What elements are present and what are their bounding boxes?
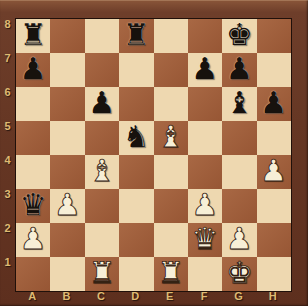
piece-black-bishop-g6[interactable]: ♝ <box>226 88 253 118</box>
square-d5[interactable]: ♞ <box>119 121 153 155</box>
piece-white-rook-e1[interactable]: ♜ <box>157 258 184 288</box>
piece-white-rook-c1[interactable]: ♜ <box>88 258 115 288</box>
square-g4[interactable] <box>222 155 256 189</box>
square-f1[interactable] <box>188 257 222 291</box>
square-e5[interactable]: ♝ <box>154 121 188 155</box>
square-d2[interactable] <box>119 223 153 257</box>
square-h7[interactable] <box>257 53 291 87</box>
square-a5[interactable] <box>16 121 50 155</box>
square-g1[interactable]: ♚ <box>222 257 256 291</box>
file-label-b: B <box>49 290 83 306</box>
square-f8[interactable] <box>188 19 222 53</box>
chess-board: ♜♜♚♟♟♟♟♝♟♞♝♝♟♛♟♟♟♛♟♜♜♚ <box>15 18 292 292</box>
file-label-h: H <box>256 290 290 306</box>
square-d1[interactable] <box>119 257 153 291</box>
square-e8[interactable] <box>154 19 188 53</box>
square-c1[interactable]: ♜ <box>85 257 119 291</box>
rank-label-5: 5 <box>0 120 15 154</box>
piece-white-king-g1[interactable]: ♚ <box>226 258 253 288</box>
piece-black-pawn-g7[interactable]: ♟ <box>226 54 253 84</box>
square-h2[interactable] <box>257 223 291 257</box>
square-h1[interactable] <box>257 257 291 291</box>
square-a7[interactable]: ♟ <box>16 53 50 87</box>
file-label-a: A <box>15 290 49 306</box>
square-f4[interactable] <box>188 155 222 189</box>
square-e2[interactable] <box>154 223 188 257</box>
piece-white-pawn-b3[interactable]: ♟ <box>54 190 81 220</box>
square-b1[interactable] <box>50 257 84 291</box>
rank-label-4: 4 <box>0 154 15 188</box>
square-e6[interactable] <box>154 87 188 121</box>
square-b2[interactable] <box>50 223 84 257</box>
piece-black-pawn-h6[interactable]: ♟ <box>260 88 287 118</box>
piece-white-queen-f2[interactable]: ♛ <box>192 224 219 254</box>
square-c4[interactable]: ♝ <box>85 155 119 189</box>
square-c3[interactable] <box>85 189 119 223</box>
square-g2[interactable]: ♟ <box>222 223 256 257</box>
piece-white-bishop-e5[interactable]: ♝ <box>157 122 184 152</box>
piece-black-rook-a8[interactable]: ♜ <box>20 20 47 50</box>
square-e3[interactable] <box>154 189 188 223</box>
square-g7[interactable]: ♟ <box>222 53 256 87</box>
square-g5[interactable] <box>222 121 256 155</box>
square-e1[interactable]: ♜ <box>154 257 188 291</box>
piece-black-pawn-c6[interactable]: ♟ <box>88 88 115 118</box>
square-d3[interactable] <box>119 189 153 223</box>
piece-black-knight-d5[interactable]: ♞ <box>123 122 150 152</box>
square-b8[interactable] <box>50 19 84 53</box>
square-h8[interactable] <box>257 19 291 53</box>
square-a8[interactable]: ♜ <box>16 19 50 53</box>
square-b3[interactable]: ♟ <box>50 189 84 223</box>
piece-white-pawn-f3[interactable]: ♟ <box>192 190 219 220</box>
square-c7[interactable] <box>85 53 119 87</box>
square-d4[interactable] <box>119 155 153 189</box>
square-a2[interactable]: ♟ <box>16 223 50 257</box>
square-a6[interactable] <box>16 87 50 121</box>
square-a1[interactable] <box>16 257 50 291</box>
square-g3[interactable] <box>222 189 256 223</box>
piece-black-pawn-a7[interactable]: ♟ <box>20 54 47 84</box>
file-labels: ABCDEFGH <box>15 290 290 306</box>
file-label-e: E <box>153 290 187 306</box>
square-d6[interactable] <box>119 87 153 121</box>
piece-white-pawn-a2[interactable]: ♟ <box>20 224 47 254</box>
square-d8[interactable]: ♜ <box>119 19 153 53</box>
rank-label-7: 7 <box>0 52 15 86</box>
square-g8[interactable]: ♚ <box>222 19 256 53</box>
piece-white-pawn-h4[interactable]: ♟ <box>260 156 287 186</box>
rank-label-3: 3 <box>0 188 15 222</box>
square-c8[interactable] <box>85 19 119 53</box>
chess-board-frame: 87654321 ♜♜♚♟♟♟♟♝♟♞♝♝♟♛♟♟♟♛♟♜♜♚ ABCDEFGH <box>0 0 308 306</box>
piece-black-rook-d8[interactable]: ♜ <box>123 20 150 50</box>
square-a3[interactable]: ♛ <box>16 189 50 223</box>
square-c5[interactable] <box>85 121 119 155</box>
square-g6[interactable]: ♝ <box>222 87 256 121</box>
square-h6[interactable]: ♟ <box>257 87 291 121</box>
file-label-g: G <box>221 290 255 306</box>
rank-label-2: 2 <box>0 222 15 256</box>
square-e7[interactable] <box>154 53 188 87</box>
rank-label-8: 8 <box>0 18 15 52</box>
square-b7[interactable] <box>50 53 84 87</box>
square-b4[interactable] <box>50 155 84 189</box>
square-b6[interactable] <box>50 87 84 121</box>
square-f7[interactable]: ♟ <box>188 53 222 87</box>
square-h5[interactable] <box>257 121 291 155</box>
rank-labels: 87654321 <box>0 18 15 290</box>
square-a4[interactable] <box>16 155 50 189</box>
file-label-d: D <box>118 290 152 306</box>
square-c6[interactable]: ♟ <box>85 87 119 121</box>
square-f5[interactable] <box>188 121 222 155</box>
square-f3[interactable]: ♟ <box>188 189 222 223</box>
square-d7[interactable] <box>119 53 153 87</box>
piece-black-pawn-f7[interactable]: ♟ <box>192 54 219 84</box>
square-c2[interactable] <box>85 223 119 257</box>
rank-label-6: 6 <box>0 86 15 120</box>
square-h3[interactable] <box>257 189 291 223</box>
piece-white-bishop-c4[interactable]: ♝ <box>88 156 115 186</box>
piece-black-king-g8[interactable]: ♚ <box>226 20 253 50</box>
square-b5[interactable] <box>50 121 84 155</box>
square-e4[interactable] <box>154 155 188 189</box>
square-h4[interactable]: ♟ <box>257 155 291 189</box>
file-label-c: C <box>84 290 118 306</box>
piece-white-pawn-g2[interactable]: ♟ <box>226 224 253 254</box>
file-label-f: F <box>187 290 221 306</box>
rank-label-1: 1 <box>0 256 15 290</box>
square-f2[interactable]: ♛ <box>188 223 222 257</box>
piece-black-queen-a3[interactable]: ♛ <box>20 190 47 220</box>
square-f6[interactable] <box>188 87 222 121</box>
